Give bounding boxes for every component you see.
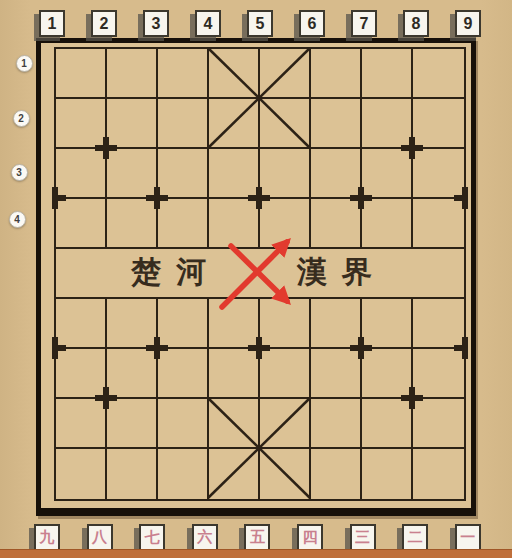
board-cell[interactable] xyxy=(209,299,260,349)
board-cell[interactable] xyxy=(413,299,464,349)
file-label-bottom-7[interactable]: 三 xyxy=(350,524,376,551)
board-cell[interactable] xyxy=(260,399,311,449)
board-cell[interactable] xyxy=(362,399,413,449)
board-cell[interactable] xyxy=(311,199,362,249)
board-cell[interactable] xyxy=(56,399,107,449)
file-label-top-6[interactable]: 6 xyxy=(299,10,325,37)
board-cell[interactable] xyxy=(107,349,158,399)
board-cell[interactable] xyxy=(158,299,209,349)
file-label-bottom-9[interactable]: 一 xyxy=(455,524,481,551)
rank-badge-3: 3 xyxy=(11,164,28,181)
file-label-top-4[interactable]: 4 xyxy=(195,10,221,37)
board-cell[interactable] xyxy=(107,99,158,149)
board-cell[interactable] xyxy=(362,349,413,399)
board-cell[interactable] xyxy=(311,149,362,199)
board-cell[interactable] xyxy=(209,449,260,499)
board-cell[interactable] xyxy=(260,199,311,249)
xiangqi-app: 楚河 漢界 123456789 九八七六五四三二一 1234 xyxy=(0,0,512,558)
board-cell[interactable] xyxy=(56,299,107,349)
board-cell[interactable] xyxy=(260,299,311,349)
board-cell[interactable] xyxy=(413,249,464,299)
board-cell[interactable] xyxy=(107,299,158,349)
file-label-bottom-6[interactable]: 四 xyxy=(297,524,323,551)
board-cell[interactable] xyxy=(56,249,107,299)
board-cell[interactable] xyxy=(56,49,107,99)
board-cell[interactable] xyxy=(107,449,158,499)
rank-badge-4: 4 xyxy=(9,211,26,228)
board-cell[interactable] xyxy=(107,199,158,249)
board-cell[interactable] xyxy=(260,349,311,399)
board-cell[interactable] xyxy=(413,349,464,399)
board-cell[interactable] xyxy=(362,49,413,99)
board-cell[interactable] xyxy=(209,199,260,249)
board-cell[interactable] xyxy=(311,299,362,349)
board-cell[interactable] xyxy=(413,99,464,149)
board-cell[interactable] xyxy=(362,299,413,349)
board-cell[interactable] xyxy=(260,99,311,149)
file-label-bottom-4[interactable]: 六 xyxy=(192,524,218,551)
file-label-bottom-3[interactable]: 七 xyxy=(139,524,165,551)
board-cell[interactable] xyxy=(311,449,362,499)
board-cell[interactable] xyxy=(362,149,413,199)
file-label-bottom-8[interactable]: 二 xyxy=(402,524,428,551)
file-label-top-5[interactable]: 5 xyxy=(247,10,273,37)
file-label-top-2[interactable]: 2 xyxy=(91,10,117,37)
board-cell[interactable] xyxy=(413,49,464,99)
table-edge-strip xyxy=(0,549,512,558)
file-label-bottom-5[interactable]: 五 xyxy=(244,524,270,551)
board-cell[interactable] xyxy=(209,49,260,99)
file-label-top-1[interactable]: 1 xyxy=(39,10,65,37)
board-cell[interactable] xyxy=(158,99,209,149)
board-cell[interactable] xyxy=(311,349,362,399)
river-text-han-jie: 漢界 xyxy=(297,252,387,293)
board-cell[interactable] xyxy=(107,49,158,99)
rank-badge-2: 2 xyxy=(13,110,30,127)
board-cell[interactable] xyxy=(260,449,311,499)
board-cell[interactable] xyxy=(56,449,107,499)
file-label-bottom-2[interactable]: 八 xyxy=(87,524,113,551)
board-cell[interactable] xyxy=(158,449,209,499)
file-label-top-7[interactable]: 7 xyxy=(351,10,377,37)
board-cell[interactable] xyxy=(413,199,464,249)
file-label-top-9[interactable]: 9 xyxy=(455,10,481,37)
board-cell[interactable] xyxy=(107,399,158,449)
board-cell[interactable] xyxy=(107,149,158,199)
file-label-bottom-1[interactable]: 九 xyxy=(34,524,60,551)
board-cell[interactable] xyxy=(413,449,464,499)
board-cell[interactable] xyxy=(260,149,311,199)
board-cell[interactable] xyxy=(311,49,362,99)
board-cell[interactable] xyxy=(362,199,413,249)
board-cell[interactable] xyxy=(413,399,464,449)
board-cell[interactable] xyxy=(209,149,260,199)
board-cell[interactable] xyxy=(56,149,107,199)
board-cell[interactable] xyxy=(158,199,209,249)
board-cell[interactable] xyxy=(158,349,209,399)
board-cell[interactable] xyxy=(56,349,107,399)
board-cell[interactable] xyxy=(158,399,209,449)
board-cell[interactable] xyxy=(311,399,362,449)
board-cell[interactable] xyxy=(209,399,260,449)
file-label-top-3[interactable]: 3 xyxy=(143,10,169,37)
file-label-top-8[interactable]: 8 xyxy=(403,10,429,37)
board-cell[interactable] xyxy=(209,349,260,399)
board-cell[interactable] xyxy=(56,99,107,149)
board-cell[interactable] xyxy=(56,199,107,249)
board-cell[interactable] xyxy=(362,449,413,499)
xiangqi-board[interactable] xyxy=(36,38,476,516)
board-cell[interactable] xyxy=(413,149,464,199)
board-cell[interactable] xyxy=(158,149,209,199)
board-cell[interactable] xyxy=(311,99,362,149)
board-grid xyxy=(54,47,466,501)
board-cell[interactable] xyxy=(362,99,413,149)
board-cell[interactable] xyxy=(260,49,311,99)
board-cell[interactable] xyxy=(158,49,209,99)
board-cell[interactable] xyxy=(209,99,260,149)
rank-badge-1: 1 xyxy=(16,55,33,72)
river-text-chu-he: 楚河 xyxy=(131,252,221,293)
